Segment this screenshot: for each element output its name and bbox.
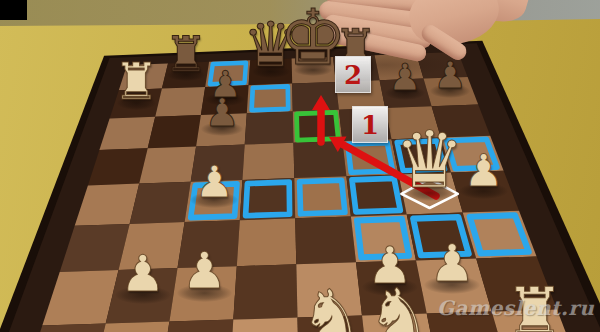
square-c1[interactable] [160,320,234,332]
white-pawn-h4[interactable]: ♟ [450,147,517,197]
move-step-2-label: 2 [335,56,371,93]
square-d5[interactable] [242,143,294,180]
square-d6[interactable] [245,112,294,145]
white-rook-h1[interactable]: ♜ [485,275,585,332]
square-d3[interactable] [237,218,296,266]
white-pawn-c4[interactable]: ♟ [182,157,248,206]
move-step-1-label: 1 [352,106,388,143]
white-knight-f1[interactable]: ♞ [346,275,452,332]
square-e3[interactable] [295,216,356,264]
white-rook-a7[interactable]: ♜ [98,53,175,110]
black-pawn-c6[interactable]: ♟ [193,91,251,134]
white-pawn-c2[interactable]: ♟ [166,243,242,300]
chess-game-screen: ♜♛♚♜♟♟♟♜♟♟♛♟♟♟♟♟♞♞♜ 1 2 Gameslent.ru [0,0,600,332]
black-pawn-h7[interactable]: ♟ [422,55,478,97]
